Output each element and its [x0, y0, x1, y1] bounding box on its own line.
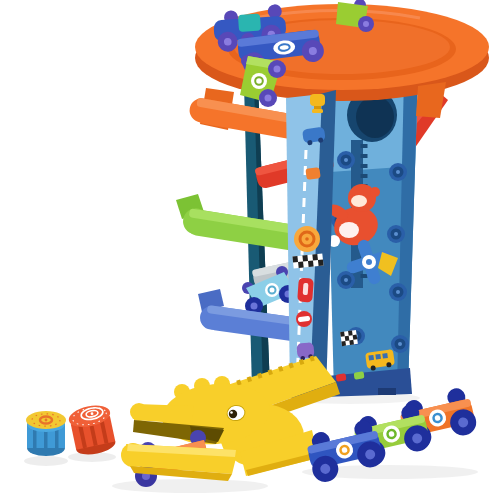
- sun-swirl-sticker: [294, 226, 320, 252]
- race-car-sticker-red: [297, 278, 314, 303]
- mini-decal-green: [354, 371, 365, 379]
- tower: [325, 74, 418, 394]
- disc-support-right: [416, 82, 446, 118]
- gyro-top-blue: [26, 411, 66, 456]
- tower-front-pillar: [286, 90, 336, 392]
- stop-sign-sticker: [296, 311, 312, 327]
- duck-launcher: [121, 356, 340, 487]
- trophy-sticker: [310, 94, 325, 113]
- toy-scene: [0, 0, 500, 500]
- gyro-top-orange: [67, 402, 118, 458]
- mini-decal-red: [336, 373, 347, 381]
- product-photo-toy-ramp-tower: [0, 0, 500, 500]
- orange-decal: [305, 167, 320, 180]
- checkered-patch: [340, 330, 358, 346]
